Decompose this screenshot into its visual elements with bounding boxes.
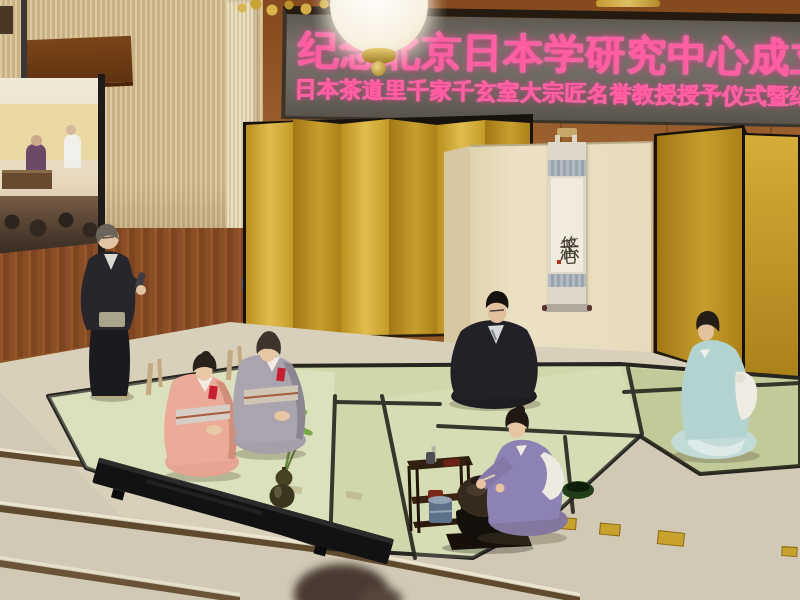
stage-photo: 纪念北京日本学研究中心成立30周 日本茶道里千家千玄室大宗匠名誉教授授予仪式暨纪… — [0, 0, 800, 600]
stage-scene — [0, 0, 800, 600]
scroll-brocade-top — [548, 160, 586, 176]
scroll-knob — [542, 305, 547, 311]
mizusashi-jar — [428, 496, 452, 523]
scroll-body: 悠千古心 — [548, 142, 586, 306]
scroll-paper: 悠千古心 — [551, 178, 583, 272]
hanging-scroll: 悠千古心 — [546, 128, 590, 326]
scroll-roller — [544, 304, 590, 312]
kensui-bowl — [562, 481, 594, 499]
scroll-brocade-bottom — [548, 274, 586, 287]
scroll-calligraphy: 悠千古心 — [549, 181, 584, 270]
scroll-knob — [587, 305, 592, 311]
scroll-seal — [557, 260, 561, 264]
